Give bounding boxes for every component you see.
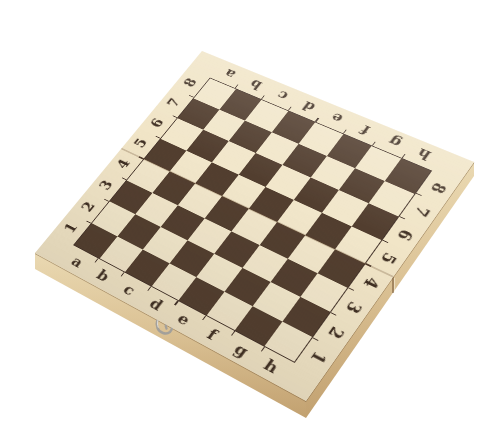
product-photo-scene: abcdefgh abcdefgh 87654321 87654321 <box>0 0 500 426</box>
